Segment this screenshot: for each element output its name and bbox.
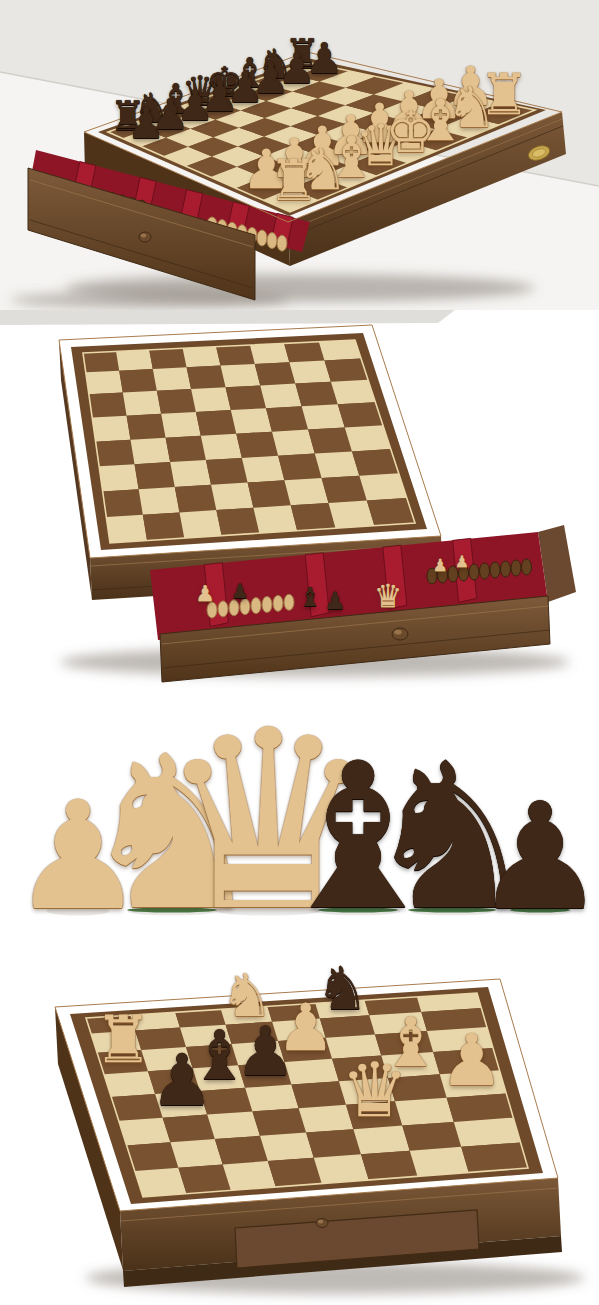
B-stored-light-pawn-2: ♟ bbox=[432, 557, 447, 574]
A-white-piece-R-h1: ♜ bbox=[478, 66, 529, 123]
A-black-piece-P-f7: ♟ bbox=[252, 57, 290, 100]
panel-set-overview: ♜♞♝♛♚♝♞♜♟♟♟♟♟♟♟♟♟♟♟♟♟♟♟♟♜♞♝♛♚♝♞♜ bbox=[0, 0, 599, 310]
D-white-piece-P-e6: ♟ bbox=[276, 996, 334, 1061]
A-white-piece-N-b1: ♞ bbox=[297, 141, 348, 198]
panel-piece-lineup: ♟♞♛♝♞♟ bbox=[0, 710, 599, 930]
A-white-piece-P-c2: ♟ bbox=[298, 120, 347, 174]
product-photo-collage: ♜♞♝♛♚♝♞♜♟♟♟♟♟♟♟♟♟♟♟♟♟♟♟♟♜♞♝♛♚♝♞♜ ♟♟♝♟♛♟♟… bbox=[0, 0, 599, 1305]
D-black-piece-N-f8: ♞ bbox=[316, 959, 369, 1018]
A-black-piece-P-c7: ♟ bbox=[176, 85, 214, 128]
D-black-piece-P-d5: ♟ bbox=[235, 1019, 296, 1087]
C-lineup-light-pawn: ♟ bbox=[11, 781, 145, 931]
A-black-piece-N-b8: ♞ bbox=[133, 88, 170, 129]
A-white-piece-P-b2: ♟ bbox=[270, 132, 319, 186]
D-white-piece-P-h4: ♟ bbox=[440, 1025, 504, 1097]
B-stored-dark-pawn-2: ♟ bbox=[324, 589, 346, 613]
A-black-piece-P-g7: ♟ bbox=[278, 48, 316, 91]
A-black-piece-R-a8: ♜ bbox=[110, 96, 147, 137]
A-white-piece-P-e2: ♟ bbox=[355, 97, 404, 151]
A-white-piece-P-a2: ♟ bbox=[242, 143, 291, 197]
A-white-piece-N-g1: ♞ bbox=[446, 79, 497, 136]
C-lineup-light-queen: ♛ bbox=[157, 697, 379, 945]
A-white-piece-B-c1: ♝ bbox=[326, 129, 377, 186]
B-stored-dark-pawn-1: ♟ bbox=[231, 581, 249, 601]
A-black-piece-P-a7: ♟ bbox=[127, 102, 165, 145]
A-black-piece-N-g8: ♞ bbox=[257, 44, 294, 85]
A-black-piece-P-e7: ♟ bbox=[226, 67, 264, 110]
A-white-piece-B-f1: ♝ bbox=[415, 92, 466, 149]
A-white-piece-P-d2: ♟ bbox=[327, 109, 376, 163]
A-black-piece-B-c8: ♝ bbox=[157, 79, 194, 120]
A-black-piece-P-b7: ♟ bbox=[151, 94, 189, 137]
A-white-piece-P-f2: ♟ bbox=[385, 85, 434, 139]
B-stored-dark-bishop: ♝ bbox=[298, 584, 321, 610]
D-white-piece-Q-f3: ♛ bbox=[341, 1053, 408, 1128]
A-black-piece-P-h7: ♟ bbox=[305, 38, 343, 81]
position-pieces: ♞♞♜♟♝♟♝♟♟♛ bbox=[0, 930, 599, 1305]
A-white-piece-K-e1: ♚ bbox=[385, 104, 436, 161]
A-white-piece-Q-d1: ♛ bbox=[355, 117, 406, 174]
C-lineup-dark-bishop: ♝ bbox=[267, 736, 448, 938]
D-white-piece-B-g5: ♝ bbox=[380, 1009, 441, 1077]
A-white-piece-P-h2: ♟ bbox=[446, 60, 495, 114]
B-stored-light-pawn: ♟ bbox=[195, 583, 215, 605]
C-lineup-light-knight: ♞ bbox=[77, 728, 267, 940]
drawer-contents-pieces: ♟♟♝♟♛♟♟ bbox=[0, 310, 599, 710]
panel-position-board: ♞♞♜♟♝♟♝♟♟♛ bbox=[0, 930, 599, 1305]
panel-empty-board-drawer: ♟♟♝♟♛♟♟ bbox=[0, 310, 599, 710]
set-overview-pieces: ♜♞♝♛♚♝♞♜♟♟♟♟♟♟♟♟♟♟♟♟♟♟♟♟♜♞♝♛♚♝♞♜ bbox=[0, 0, 599, 310]
D-black-piece-P-b4: ♟ bbox=[150, 1045, 214, 1117]
A-black-piece-K-e8: ♚ bbox=[206, 62, 243, 103]
A-black-piece-P-d7: ♟ bbox=[201, 76, 239, 119]
A-black-piece-B-f8: ♝ bbox=[231, 53, 268, 94]
C-lineup-dark-pawn: ♟ bbox=[474, 783, 599, 931]
A-black-piece-R-h8: ♜ bbox=[284, 34, 321, 75]
A-white-piece-R-a1: ♜ bbox=[268, 152, 319, 209]
A-black-piece-Q-d8: ♛ bbox=[182, 71, 219, 112]
A-white-piece-P-g2: ♟ bbox=[415, 73, 464, 127]
lineup-pieces: ♟♞♛♝♞♟ bbox=[0, 710, 599, 930]
B-stored-light-pawn-3: ♟ bbox=[455, 554, 469, 570]
D-white-piece-R-a6: ♜ bbox=[94, 1009, 152, 1074]
B-stored-light-queen: ♛ bbox=[374, 580, 403, 612]
D-black-piece-B-c5: ♝ bbox=[189, 1022, 250, 1090]
C-lineup-dark-knight: ♞ bbox=[361, 736, 542, 938]
D-white-piece-N-d8: ♞ bbox=[220, 966, 273, 1025]
